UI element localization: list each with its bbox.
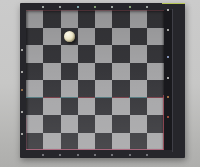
frame-right-ridge-highlight <box>172 9 173 152</box>
white-pawn[interactable] <box>64 31 75 42</box>
square-a6[interactable] <box>26 45 43 63</box>
frame-marker-dot <box>42 6 44 8</box>
square-c4[interactable] <box>61 80 78 98</box>
square-g2[interactable] <box>130 115 147 133</box>
frame-marker-dot <box>146 6 148 8</box>
square-a4[interactable] <box>26 80 43 98</box>
square-d1[interactable] <box>78 133 95 151</box>
square-g7[interactable] <box>130 28 147 46</box>
square-a7[interactable] <box>26 28 43 46</box>
square-b8[interactable] <box>43 10 60 28</box>
frame-marker-dot <box>21 49 23 51</box>
square-f7[interactable] <box>112 28 129 46</box>
scene <box>0 0 200 167</box>
square-h6[interactable] <box>147 45 164 63</box>
frame-marker-dot <box>146 154 148 156</box>
square-c1[interactable] <box>61 133 78 151</box>
square-f6[interactable] <box>112 45 129 63</box>
frame-marker-dot <box>129 6 131 8</box>
frame-marker-dot <box>167 29 169 31</box>
square-f2[interactable] <box>112 115 129 133</box>
square-a3[interactable] <box>26 98 43 116</box>
square-h5[interactable] <box>147 63 164 81</box>
square-a1[interactable] <box>26 133 43 151</box>
square-h3[interactable] <box>147 98 164 116</box>
square-e4[interactable] <box>95 80 112 98</box>
frame-marker-dot <box>77 154 79 156</box>
square-h2[interactable] <box>147 115 164 133</box>
board-squares <box>26 10 164 150</box>
board-area <box>26 10 164 150</box>
frame-marker-dot <box>167 77 169 79</box>
square-f8[interactable] <box>112 10 129 28</box>
square-b6[interactable] <box>43 45 60 63</box>
chessboard <box>20 3 185 158</box>
square-a8[interactable] <box>26 10 43 28</box>
square-b5[interactable] <box>43 63 60 81</box>
square-e7[interactable] <box>95 28 112 46</box>
square-d5[interactable] <box>78 63 95 81</box>
frame-marker-dot <box>167 56 169 58</box>
frame-marker-dot <box>21 71 23 73</box>
frame-marker-dot <box>21 111 23 113</box>
square-b4[interactable] <box>43 80 60 98</box>
square-d2[interactable] <box>78 115 95 133</box>
square-f5[interactable] <box>112 63 129 81</box>
square-h4[interactable] <box>147 80 164 98</box>
square-e8[interactable] <box>95 10 112 28</box>
square-g8[interactable] <box>130 10 147 28</box>
square-h1[interactable] <box>147 133 164 151</box>
square-b3[interactable] <box>43 98 60 116</box>
square-c5[interactable] <box>61 63 78 81</box>
frame-marker-dot <box>42 154 44 156</box>
square-g5[interactable] <box>130 63 147 81</box>
square-f4[interactable] <box>112 80 129 98</box>
square-h7[interactable] <box>147 28 164 46</box>
frame-marker-dot <box>21 89 23 91</box>
square-b7[interactable] <box>43 28 60 46</box>
square-g3[interactable] <box>130 98 147 116</box>
square-f3[interactable] <box>112 98 129 116</box>
frame-marker-dot <box>77 6 79 8</box>
frame-right-side-face <box>164 10 172 150</box>
inner-edge-line-top <box>26 10 164 11</box>
square-e1[interactable] <box>95 133 112 151</box>
square-e6[interactable] <box>95 45 112 63</box>
square-h8[interactable] <box>147 10 164 28</box>
square-e3[interactable] <box>95 98 112 116</box>
square-d4[interactable] <box>78 80 95 98</box>
square-c8[interactable] <box>61 10 78 28</box>
frame-marker-dot <box>94 6 96 8</box>
board-fold-seam <box>26 97 164 98</box>
frame-marker-dot <box>21 133 23 135</box>
square-a2[interactable] <box>26 115 43 133</box>
square-g1[interactable] <box>130 133 147 151</box>
inner-edge-line-bottom <box>26 149 164 150</box>
frame-marker-dot <box>59 6 61 8</box>
square-d3[interactable] <box>78 98 95 116</box>
inner-edge-line-left <box>26 118 27 150</box>
square-d6[interactable] <box>78 45 95 63</box>
square-e5[interactable] <box>95 63 112 81</box>
square-c3[interactable] <box>61 98 78 116</box>
frame-top-highlight <box>162 3 185 4</box>
square-f1[interactable] <box>112 133 129 151</box>
square-b2[interactable] <box>43 115 60 133</box>
frame-marker-dot <box>94 154 96 156</box>
square-d7[interactable] <box>78 28 95 46</box>
square-c2[interactable] <box>61 115 78 133</box>
square-g4[interactable] <box>130 80 147 98</box>
frame-marker-dot <box>111 154 113 156</box>
square-d8[interactable] <box>78 10 95 28</box>
frame-marker-dot <box>111 6 113 8</box>
square-g6[interactable] <box>130 45 147 63</box>
frame-marker-dot <box>59 154 61 156</box>
frame-marker-dot <box>167 9 169 11</box>
frame-marker-dot <box>167 96 169 98</box>
square-c6[interactable] <box>61 45 78 63</box>
square-b1[interactable] <box>43 133 60 151</box>
inner-edge-line-right <box>163 95 164 150</box>
square-a5[interactable] <box>26 63 43 81</box>
square-e2[interactable] <box>95 115 112 133</box>
frame-marker-dot <box>167 116 169 118</box>
frame-marker-dot <box>129 154 131 156</box>
